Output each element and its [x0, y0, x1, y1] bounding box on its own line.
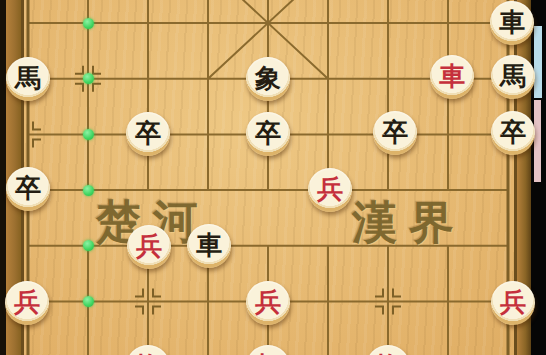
piece-red-elephant[interactable]: 相: [246, 345, 290, 355]
piece-glyph: 兵: [14, 289, 40, 315]
piece-glyph: 卒: [135, 120, 161, 146]
piece-glyph: 兵: [136, 233, 162, 259]
piece-glyph: 兵: [317, 176, 343, 202]
piece-red-soldier[interactable]: 兵: [5, 281, 49, 325]
piece-glyph: 卒: [255, 120, 281, 146]
piece-glyph: 馬: [500, 63, 526, 89]
piece-red-soldier[interactable]: 兵: [491, 281, 535, 325]
piece-black-horse[interactable]: 馬: [491, 55, 535, 99]
piece-glyph: 卒: [15, 175, 41, 201]
move-hint-dot[interactable]: [83, 129, 94, 140]
move-hint-dot[interactable]: [83, 18, 94, 29]
piece-black-chariot[interactable]: 車: [490, 1, 534, 45]
move-hint-dot[interactable]: [83, 73, 94, 84]
piece-black-horse[interactable]: 馬: [6, 57, 50, 101]
xiangqi-app-screen: 楚河 漢界 車馬象車馬卒卒卒卒卒兵兵車兵兵兵炮相炮: [0, 0, 546, 355]
background-sky-sliver: [534, 26, 542, 98]
piece-red-soldier[interactable]: 兵: [246, 281, 290, 325]
piece-black-soldier[interactable]: 卒: [373, 111, 417, 155]
piece-glyph: 兵: [500, 289, 526, 315]
piece-glyph: 卒: [500, 119, 526, 145]
piece-black-soldier[interactable]: 卒: [6, 167, 50, 211]
piece-black-elephant[interactable]: 象: [246, 57, 290, 101]
piece-red-chariot[interactable]: 車: [430, 55, 474, 99]
piece-black-soldier[interactable]: 卒: [491, 111, 535, 155]
move-hint-dot[interactable]: [83, 296, 94, 307]
piece-glyph: 車: [196, 232, 222, 258]
piece-glyph: 車: [439, 63, 465, 89]
piece-glyph: 車: [499, 9, 525, 35]
piece-red-soldier[interactable]: 兵: [127, 225, 171, 269]
piece-red-cannon[interactable]: 炮: [366, 345, 410, 355]
piece-glyph: 象: [255, 65, 281, 91]
piece-glyph: 馬: [15, 65, 41, 91]
piece-glyph: 兵: [255, 289, 281, 315]
piece-glyph: 卒: [382, 119, 408, 145]
piece-black-chariot[interactable]: 車: [187, 224, 231, 268]
pieces-layer: 車馬象車馬卒卒卒卒卒兵兵車兵兵兵炮相炮: [0, 0, 538, 355]
piece-red-cannon[interactable]: 炮: [126, 345, 170, 355]
piece-red-soldier[interactable]: 兵: [308, 168, 352, 212]
piece-black-soldier[interactable]: 卒: [126, 112, 170, 156]
move-hint-dot[interactable]: [83, 185, 94, 196]
move-hint-dot[interactable]: [83, 240, 94, 251]
piece-black-soldier[interactable]: 卒: [246, 112, 290, 156]
background-scenery-sliver: [534, 100, 541, 182]
